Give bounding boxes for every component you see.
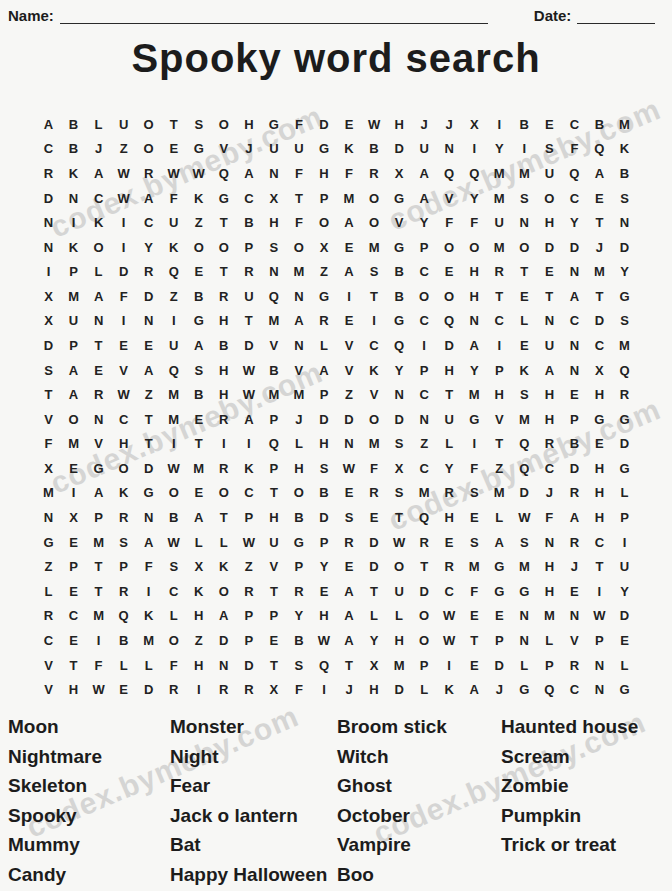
grid-cell-r1c12[interactable]: D — [311, 112, 336, 137]
grid-cell-r22c1[interactable]: C — [36, 628, 61, 653]
name-input-line[interactable] — [60, 6, 488, 24]
grid-cell-r9c9[interactable]: T — [236, 309, 261, 334]
grid-cell-r18c9[interactable]: W — [236, 530, 261, 555]
grid-cell-r22c12[interactable]: W — [311, 628, 336, 653]
grid-cell-r19c24[interactable]: U — [612, 554, 637, 579]
grid-cell-r17c9[interactable]: P — [236, 505, 261, 530]
grid-cell-r20c8[interactable]: O — [211, 579, 236, 604]
grid-cell-r2c17[interactable]: N — [437, 137, 462, 162]
grid-cell-r2c22[interactable]: F — [562, 137, 587, 162]
grid-cell-r5c4[interactable]: I — [111, 210, 136, 235]
grid-cell-r4c12[interactable]: P — [311, 186, 336, 211]
grid-cell-r24c3[interactable]: W — [86, 677, 111, 702]
grid-cell-r15c6[interactable]: W — [161, 456, 186, 481]
grid-cell-r13c21[interactable]: H — [537, 407, 562, 432]
grid-cell-r6c7[interactable]: O — [186, 235, 211, 260]
grid-cell-r7c16[interactable]: C — [412, 259, 437, 284]
grid-cell-r20c1[interactable]: L — [36, 579, 61, 604]
grid-cell-r16c20[interactable]: D — [512, 481, 537, 506]
grid-cell-r11c2[interactable]: A — [61, 358, 86, 383]
grid-cell-r13c19[interactable]: V — [487, 407, 512, 432]
grid-cell-r10c23[interactable]: C — [587, 333, 612, 358]
grid-cell-r18c13[interactable]: R — [336, 530, 361, 555]
grid-cell-r1c19[interactable]: I — [487, 112, 512, 137]
grid-cell-r6c10[interactable]: S — [261, 235, 286, 260]
grid-cell-r8c19[interactable]: T — [487, 284, 512, 309]
grid-cell-r17c13[interactable]: S — [336, 505, 361, 530]
grid-cell-r24c24[interactable]: G — [612, 677, 637, 702]
grid-cell-r21c22[interactable]: N — [562, 604, 587, 629]
grid-cell-r13c18[interactable]: G — [462, 407, 487, 432]
grid-cell-r5c5[interactable]: C — [136, 210, 161, 235]
grid-cell-r3c7[interactable]: W — [186, 161, 211, 186]
grid-cell-r8c15[interactable]: B — [387, 284, 412, 309]
grid-cell-r23c23[interactable]: N — [587, 653, 612, 678]
grid-cell-r7c15[interactable]: B — [387, 259, 412, 284]
grid-cell-r23c17[interactable]: I — [437, 653, 462, 678]
grid-cell-r16c11[interactable]: O — [286, 481, 311, 506]
grid-cell-r9c15[interactable]: G — [387, 309, 412, 334]
grid-cell-r6c1[interactable]: N — [36, 235, 61, 260]
grid-cell-r12c9[interactable]: W — [236, 382, 261, 407]
grid-cell-r17c5[interactable]: N — [136, 505, 161, 530]
grid-cell-r15c17[interactable]: Y — [437, 456, 462, 481]
grid-cell-r4c15[interactable]: G — [387, 186, 412, 211]
grid-cell-r20c4[interactable]: R — [111, 579, 136, 604]
grid-cell-r10c16[interactable]: I — [412, 333, 437, 358]
grid-cell-r8c7[interactable]: B — [186, 284, 211, 309]
grid-cell-r6c13[interactable]: E — [336, 235, 361, 260]
grid-cell-r1c4[interactable]: U — [111, 112, 136, 137]
grid-cell-r21c23[interactable]: W — [587, 604, 612, 629]
grid-cell-r13c23[interactable]: G — [587, 407, 612, 432]
grid-cell-r15c7[interactable]: M — [186, 456, 211, 481]
grid-cell-r12c22[interactable]: E — [562, 382, 587, 407]
grid-cell-r14c6[interactable]: I — [161, 432, 186, 457]
grid-cell-r22c5[interactable]: M — [136, 628, 161, 653]
grid-cell-r7c17[interactable]: E — [437, 259, 462, 284]
grid-cell-r13c7[interactable]: E — [186, 407, 211, 432]
grid-cell-r18c3[interactable]: M — [86, 530, 111, 555]
grid-cell-r18c16[interactable]: R — [412, 530, 437, 555]
grid-cell-r5c19[interactable]: U — [487, 210, 512, 235]
grid-cell-r2c8[interactable]: V — [211, 137, 236, 162]
grid-cell-r18c14[interactable]: D — [362, 530, 387, 555]
grid-cell-r11c23[interactable]: X — [587, 358, 612, 383]
grid-cell-r8c8[interactable]: R — [211, 284, 236, 309]
grid-cell-r17c4[interactable]: R — [111, 505, 136, 530]
grid-cell-r22c6[interactable]: O — [161, 628, 186, 653]
grid-cell-r14c17[interactable]: L — [437, 432, 462, 457]
grid-cell-r10c19[interactable]: I — [487, 333, 512, 358]
grid-cell-r23c9[interactable]: D — [236, 653, 261, 678]
grid-cell-r23c14[interactable]: X — [362, 653, 387, 678]
grid-cell-r14c9[interactable]: I — [236, 432, 261, 457]
grid-cell-r15c18[interactable]: F — [462, 456, 487, 481]
grid-cell-r12c1[interactable]: T — [36, 382, 61, 407]
grid-cell-r7c22[interactable]: N — [562, 259, 587, 284]
grid-cell-r14c21[interactable]: R — [537, 432, 562, 457]
grid-cell-r9c8[interactable]: H — [211, 309, 236, 334]
grid-cell-r12c12[interactable]: P — [311, 382, 336, 407]
grid-cell-r4c11[interactable]: T — [286, 186, 311, 211]
grid-cell-r12c5[interactable]: Z — [136, 382, 161, 407]
grid-cell-r5c8[interactable]: T — [211, 210, 236, 235]
grid-cell-r24c2[interactable]: H — [61, 677, 86, 702]
grid-cell-r11c3[interactable]: E — [86, 358, 111, 383]
grid-cell-r10c1[interactable]: D — [36, 333, 61, 358]
grid-cell-r4c8[interactable]: G — [211, 186, 236, 211]
grid-cell-r21c9[interactable]: P — [236, 604, 261, 629]
grid-cell-r16c22[interactable]: R — [562, 481, 587, 506]
grid-cell-r14c8[interactable]: I — [211, 432, 236, 457]
grid-cell-r4c2[interactable]: N — [61, 186, 86, 211]
grid-cell-r24c21[interactable]: Q — [537, 677, 562, 702]
grid-cell-r17c21[interactable]: F — [537, 505, 562, 530]
grid-cell-r6c3[interactable]: O — [86, 235, 111, 260]
grid-cell-r7c3[interactable]: L — [86, 259, 111, 284]
grid-cell-r8c2[interactable]: M — [61, 284, 86, 309]
grid-cell-r2c9[interactable]: J — [236, 137, 261, 162]
grid-cell-r11c20[interactable]: K — [512, 358, 537, 383]
grid-cell-r6c17[interactable]: O — [437, 235, 462, 260]
grid-cell-r5c21[interactable]: H — [537, 210, 562, 235]
grid-cell-r12c4[interactable]: W — [111, 382, 136, 407]
grid-cell-r9c16[interactable]: C — [412, 309, 437, 334]
grid-cell-r7c14[interactable]: S — [362, 259, 387, 284]
grid-cell-r2c3[interactable]: J — [86, 137, 111, 162]
grid-cell-r13c10[interactable]: P — [261, 407, 286, 432]
grid-cell-r1c13[interactable]: E — [336, 112, 361, 137]
grid-cell-r7c11[interactable]: M — [286, 259, 311, 284]
grid-cell-r16c17[interactable]: R — [437, 481, 462, 506]
grid-cell-r22c9[interactable]: P — [236, 628, 261, 653]
grid-cell-r3c16[interactable]: A — [412, 161, 437, 186]
grid-cell-r2c1[interactable]: C — [36, 137, 61, 162]
grid-cell-r18c1[interactable]: G — [36, 530, 61, 555]
grid-cell-r18c11[interactable]: G — [286, 530, 311, 555]
grid-cell-r3c13[interactable]: F — [336, 161, 361, 186]
grid-cell-r1c8[interactable]: O — [211, 112, 236, 137]
grid-cell-r5c9[interactable]: B — [236, 210, 261, 235]
grid-cell-r14c24[interactable]: D — [612, 432, 637, 457]
grid-cell-r11c24[interactable]: Q — [612, 358, 637, 383]
grid-cell-r8c5[interactable]: D — [136, 284, 161, 309]
grid-cell-r17c10[interactable]: H — [261, 505, 286, 530]
grid-cell-r11c18[interactable]: Y — [462, 358, 487, 383]
grid-cell-r8c3[interactable]: A — [86, 284, 111, 309]
grid-cell-r16c18[interactable]: S — [462, 481, 487, 506]
grid-cell-r9c3[interactable]: N — [86, 309, 111, 334]
grid-cell-r6c4[interactable]: I — [111, 235, 136, 260]
grid-cell-r1c17[interactable]: J — [437, 112, 462, 137]
grid-cell-r8c20[interactable]: E — [512, 284, 537, 309]
grid-cell-r4c19[interactable]: M — [487, 186, 512, 211]
grid-cell-r17c15[interactable]: T — [387, 505, 412, 530]
grid-cell-r15c9[interactable]: K — [236, 456, 261, 481]
grid-cell-r11c10[interactable]: B — [261, 358, 286, 383]
grid-cell-r14c23[interactable]: E — [587, 432, 612, 457]
grid-cell-r6c14[interactable]: M — [362, 235, 387, 260]
grid-cell-r2c14[interactable]: B — [362, 137, 387, 162]
grid-cell-r24c20[interactable]: G — [512, 677, 537, 702]
grid-cell-r8c17[interactable]: O — [437, 284, 462, 309]
grid-cell-r24c19[interactable]: J — [487, 677, 512, 702]
grid-cell-r15c12[interactable]: S — [311, 456, 336, 481]
grid-cell-r6c8[interactable]: O — [211, 235, 236, 260]
grid-cell-r23c12[interactable]: Q — [311, 653, 336, 678]
grid-cell-r5c6[interactable]: U — [161, 210, 186, 235]
grid-cell-r22c11[interactable]: B — [286, 628, 311, 653]
grid-cell-r24c14[interactable]: H — [362, 677, 387, 702]
grid-cell-r14c16[interactable]: Z — [412, 432, 437, 457]
grid-cell-r12c14[interactable]: V — [362, 382, 387, 407]
grid-cell-r10c9[interactable]: D — [236, 333, 261, 358]
grid-cell-r20c22[interactable]: E — [562, 579, 587, 604]
grid-cell-r14c10[interactable]: Q — [261, 432, 286, 457]
grid-cell-r21c12[interactable]: H — [311, 604, 336, 629]
grid-cell-r9c14[interactable]: I — [362, 309, 387, 334]
grid-cell-r11c16[interactable]: P — [412, 358, 437, 383]
grid-cell-r13c6[interactable]: M — [161, 407, 186, 432]
grid-cell-r14c11[interactable]: L — [286, 432, 311, 457]
grid-cell-r2c12[interactable]: G — [311, 137, 336, 162]
grid-cell-r22c17[interactable]: W — [437, 628, 462, 653]
grid-cell-r11c1[interactable]: S — [36, 358, 61, 383]
grid-cell-r9c7[interactable]: G — [186, 309, 211, 334]
grid-cell-r21c6[interactable]: L — [161, 604, 186, 629]
grid-cell-r23c20[interactable]: L — [512, 653, 537, 678]
grid-cell-r19c1[interactable]: Z — [36, 554, 61, 579]
grid-cell-r3c11[interactable]: F — [286, 161, 311, 186]
grid-cell-r15c20[interactable]: Q — [512, 456, 537, 481]
grid-cell-r19c15[interactable]: O — [387, 554, 412, 579]
grid-cell-r21c3[interactable]: M — [86, 604, 111, 629]
grid-cell-r24c18[interactable]: A — [462, 677, 487, 702]
grid-cell-r18c18[interactable]: S — [462, 530, 487, 555]
grid-cell-r13c4[interactable]: C — [111, 407, 136, 432]
grid-cell-r8c23[interactable]: T — [587, 284, 612, 309]
grid-cell-r14c2[interactable]: M — [61, 432, 86, 457]
grid-cell-r1c16[interactable]: J — [412, 112, 437, 137]
grid-cell-r21c16[interactable]: O — [412, 604, 437, 629]
grid-cell-r9c4[interactable]: I — [111, 309, 136, 334]
grid-cell-r5c3[interactable]: K — [86, 210, 111, 235]
grid-cell-r15c16[interactable]: C — [412, 456, 437, 481]
grid-cell-r6c6[interactable]: K — [161, 235, 186, 260]
grid-cell-r24c11[interactable]: F — [286, 677, 311, 702]
grid-cell-r1c15[interactable]: H — [387, 112, 412, 137]
grid-cell-r8c12[interactable]: G — [311, 284, 336, 309]
grid-cell-r7c12[interactable]: Z — [311, 259, 336, 284]
grid-cell-r14c7[interactable]: T — [186, 432, 211, 457]
grid-cell-r17c8[interactable]: T — [211, 505, 236, 530]
grid-cell-r13c9[interactable]: A — [236, 407, 261, 432]
grid-cell-r11c4[interactable]: V — [111, 358, 136, 383]
grid-cell-r20c19[interactable]: G — [487, 579, 512, 604]
grid-cell-r5c20[interactable]: N — [512, 210, 537, 235]
grid-cell-r1c22[interactable]: C — [562, 112, 587, 137]
grid-cell-r24c6[interactable]: R — [161, 677, 186, 702]
grid-cell-r21c11[interactable]: Y — [286, 604, 311, 629]
grid-cell-r14c19[interactable]: T — [487, 432, 512, 457]
grid-cell-r20c12[interactable]: E — [311, 579, 336, 604]
grid-cell-r1c10[interactable]: G — [261, 112, 286, 137]
grid-cell-r20c13[interactable]: A — [336, 579, 361, 604]
grid-cell-r12c20[interactable]: S — [512, 382, 537, 407]
grid-cell-r15c22[interactable]: D — [562, 456, 587, 481]
grid-cell-r15c3[interactable]: G — [86, 456, 111, 481]
grid-cell-r16c9[interactable]: C — [236, 481, 261, 506]
grid-cell-r10c2[interactable]: P — [61, 333, 86, 358]
grid-cell-r8c18[interactable]: H — [462, 284, 487, 309]
grid-cell-r6c21[interactable]: D — [537, 235, 562, 260]
grid-cell-r8c11[interactable]: N — [286, 284, 311, 309]
grid-cell-r24c12[interactable]: I — [311, 677, 336, 702]
grid-cell-r3c24[interactable]: B — [612, 161, 637, 186]
grid-cell-r13c17[interactable]: U — [437, 407, 462, 432]
grid-cell-r6c24[interactable]: D — [612, 235, 637, 260]
grid-cell-r9c23[interactable]: D — [587, 309, 612, 334]
grid-cell-r20c20[interactable]: G — [512, 579, 537, 604]
grid-cell-r7c2[interactable]: P — [61, 259, 86, 284]
grid-cell-r4c6[interactable]: F — [161, 186, 186, 211]
grid-cell-r19c11[interactable]: P — [286, 554, 311, 579]
grid-cell-r11c19[interactable]: P — [487, 358, 512, 383]
grid-cell-r3c9[interactable]: A — [236, 161, 261, 186]
grid-cell-r11c17[interactable]: H — [437, 358, 462, 383]
grid-cell-r3c19[interactable]: M — [487, 161, 512, 186]
grid-cell-r5c23[interactable]: T — [587, 210, 612, 235]
grid-cell-r4c20[interactable]: S — [512, 186, 537, 211]
grid-cell-r23c13[interactable]: T — [336, 653, 361, 678]
grid-cell-r2c10[interactable]: U — [261, 137, 286, 162]
grid-cell-r6c15[interactable]: G — [387, 235, 412, 260]
grid-cell-r6c16[interactable]: P — [412, 235, 437, 260]
grid-cell-r13c8[interactable]: R — [211, 407, 236, 432]
grid-cell-r2c18[interactable]: I — [462, 137, 487, 162]
grid-cell-r9c22[interactable]: C — [562, 309, 587, 334]
grid-cell-r13c5[interactable]: T — [136, 407, 161, 432]
grid-cell-r24c10[interactable]: X — [261, 677, 286, 702]
grid-cell-r24c16[interactable]: L — [412, 677, 437, 702]
grid-cell-r17c12[interactable]: D — [311, 505, 336, 530]
grid-cell-r23c11[interactable]: S — [286, 653, 311, 678]
grid-cell-r22c15[interactable]: H — [387, 628, 412, 653]
grid-cell-r11c8[interactable]: H — [211, 358, 236, 383]
grid-cell-r9c21[interactable]: N — [537, 309, 562, 334]
grid-cell-r9c18[interactable]: N — [462, 309, 487, 334]
grid-cell-r23c16[interactable]: P — [412, 653, 437, 678]
grid-cell-r7c1[interactable]: I — [36, 259, 61, 284]
grid-cell-r14c15[interactable]: S — [387, 432, 412, 457]
grid-cell-r1c24[interactable]: M — [612, 112, 637, 137]
grid-cell-r15c2[interactable]: E — [61, 456, 86, 481]
grid-cell-r22c2[interactable]: E — [61, 628, 86, 653]
grid-cell-r1c5[interactable]: O — [136, 112, 161, 137]
grid-cell-r8c4[interactable]: F — [111, 284, 136, 309]
grid-cell-r23c2[interactable]: T — [61, 653, 86, 678]
grid-cell-r10c14[interactable]: C — [362, 333, 387, 358]
grid-cell-r24c15[interactable]: D — [387, 677, 412, 702]
grid-cell-r2c23[interactable]: Q — [587, 137, 612, 162]
grid-cell-r14c14[interactable]: M — [362, 432, 387, 457]
grid-cell-r14c20[interactable]: Q — [512, 432, 537, 457]
grid-cell-r18c20[interactable]: S — [512, 530, 537, 555]
grid-cell-r10c10[interactable]: V — [261, 333, 286, 358]
grid-cell-r11c7[interactable]: S — [186, 358, 211, 383]
grid-cell-r2c4[interactable]: Z — [111, 137, 136, 162]
grid-cell-r24c22[interactable]: C — [562, 677, 587, 702]
grid-cell-r12c18[interactable]: M — [462, 382, 487, 407]
grid-cell-r11c14[interactable]: K — [362, 358, 387, 383]
grid-cell-r23c5[interactable]: L — [136, 653, 161, 678]
grid-cell-r15c23[interactable]: H — [587, 456, 612, 481]
grid-cell-r4c18[interactable]: Y — [462, 186, 487, 211]
grid-cell-r10c22[interactable]: N — [562, 333, 587, 358]
grid-cell-r20c23[interactable]: I — [587, 579, 612, 604]
grid-cell-r13c3[interactable]: N — [86, 407, 111, 432]
grid-cell-r7c4[interactable]: D — [111, 259, 136, 284]
grid-cell-r20c10[interactable]: T — [261, 579, 286, 604]
grid-cell-r5c13[interactable]: A — [336, 210, 361, 235]
grid-cell-r19c6[interactable]: S — [161, 554, 186, 579]
grid-cell-r20c5[interactable]: I — [136, 579, 161, 604]
grid-cell-r24c4[interactable]: E — [111, 677, 136, 702]
grid-cell-r18c7[interactable]: L — [186, 530, 211, 555]
grid-cell-r3c2[interactable]: K — [61, 161, 86, 186]
grid-cell-r22c7[interactable]: Z — [186, 628, 211, 653]
grid-cell-r10c18[interactable]: A — [462, 333, 487, 358]
grid-cell-r12c16[interactable]: C — [412, 382, 437, 407]
grid-cell-r16c12[interactable]: B — [311, 481, 336, 506]
grid-cell-r13c16[interactable]: N — [412, 407, 437, 432]
grid-cell-r4c4[interactable]: W — [111, 186, 136, 211]
grid-cell-r2c19[interactable]: Y — [487, 137, 512, 162]
grid-cell-r20c24[interactable]: Y — [612, 579, 637, 604]
grid-cell-r4c14[interactable]: O — [362, 186, 387, 211]
grid-cell-r23c21[interactable]: P — [537, 653, 562, 678]
grid-cell-r17c22[interactable]: A — [562, 505, 587, 530]
grid-cell-r24c8[interactable]: R — [211, 677, 236, 702]
grid-cell-r8c21[interactable]: T — [537, 284, 562, 309]
grid-cell-r16c4[interactable]: K — [111, 481, 136, 506]
grid-cell-r12c10[interactable]: M — [261, 382, 286, 407]
grid-cell-r12c2[interactable]: A — [61, 382, 86, 407]
grid-cell-r12c21[interactable]: H — [537, 382, 562, 407]
grid-cell-r19c23[interactable]: T — [587, 554, 612, 579]
grid-cell-r18c12[interactable]: P — [311, 530, 336, 555]
grid-cell-r7c10[interactable]: N — [261, 259, 286, 284]
grid-cell-r5c24[interactable]: N — [612, 210, 637, 235]
grid-cell-r19c10[interactable]: V — [261, 554, 286, 579]
grid-cell-r8c13[interactable]: I — [336, 284, 361, 309]
grid-cell-r20c17[interactable]: C — [437, 579, 462, 604]
grid-cell-r3c6[interactable]: W — [161, 161, 186, 186]
grid-cell-r17c2[interactable]: X — [61, 505, 86, 530]
grid-cell-r10c11[interactable]: N — [286, 333, 311, 358]
grid-cell-r16c14[interactable]: R — [362, 481, 387, 506]
grid-cell-r22c10[interactable]: E — [261, 628, 286, 653]
grid-cell-r18c17[interactable]: E — [437, 530, 462, 555]
grid-cell-r7c18[interactable]: H — [462, 259, 487, 284]
grid-cell-r4c9[interactable]: C — [236, 186, 261, 211]
grid-cell-r21c17[interactable]: W — [437, 604, 462, 629]
grid-cell-r13c14[interactable]: O — [362, 407, 387, 432]
grid-cell-r19c7[interactable]: X — [186, 554, 211, 579]
grid-cell-r20c11[interactable]: R — [286, 579, 311, 604]
grid-cell-r20c7[interactable]: K — [186, 579, 211, 604]
